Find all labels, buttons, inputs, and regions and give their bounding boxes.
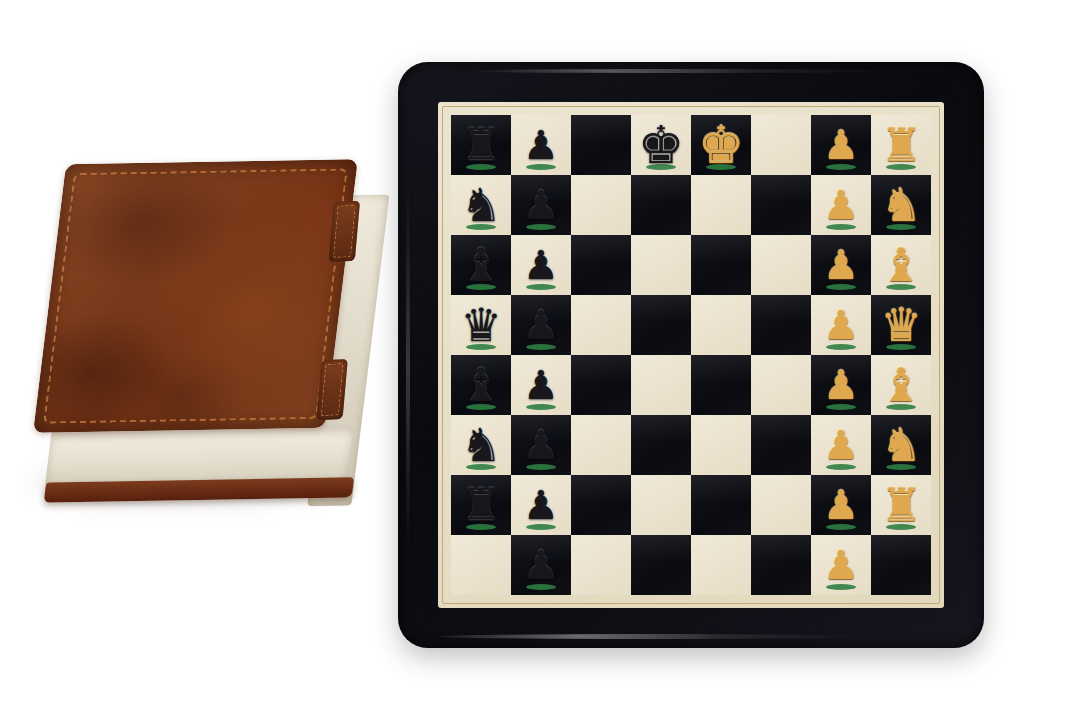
square bbox=[631, 535, 691, 595]
square: ♝ bbox=[871, 235, 931, 295]
square bbox=[451, 535, 511, 595]
white-pawn: ♟ bbox=[811, 177, 871, 233]
white-pawn: ♟ bbox=[811, 237, 871, 293]
square: ♞ bbox=[451, 175, 511, 235]
square: ♟ bbox=[811, 355, 871, 415]
square: ♚ bbox=[631, 115, 691, 175]
square: ♟ bbox=[511, 415, 571, 475]
square: ♜ bbox=[451, 475, 511, 535]
square: ♟ bbox=[811, 475, 871, 535]
square: ♟ bbox=[811, 115, 871, 175]
square: ♝ bbox=[451, 235, 511, 295]
square bbox=[691, 355, 751, 415]
white-bishop: ♝ bbox=[871, 237, 931, 293]
white-king: ♚ bbox=[691, 117, 751, 173]
square: ♟ bbox=[811, 175, 871, 235]
black-rook: ♜ bbox=[451, 477, 511, 533]
square bbox=[751, 475, 811, 535]
square bbox=[751, 175, 811, 235]
playing-area: ♜♟♚♚♟♜♞♟♟♞♝♟♟♝♛♟♟♛♝♟♟♝♞♟♟♞♜♟♟♜♟♟ bbox=[451, 115, 931, 595]
square: ♞ bbox=[451, 415, 511, 475]
square bbox=[631, 235, 691, 295]
white-knight: ♞ bbox=[871, 177, 931, 233]
square: ♟ bbox=[511, 295, 571, 355]
black-pawn: ♟ bbox=[511, 477, 571, 533]
square bbox=[571, 355, 631, 415]
black-knight: ♞ bbox=[451, 177, 511, 233]
square: ♛ bbox=[451, 295, 511, 355]
black-bishop: ♝ bbox=[451, 357, 511, 413]
square: ♟ bbox=[511, 535, 571, 595]
black-pawn: ♟ bbox=[511, 117, 571, 173]
square: ♝ bbox=[451, 355, 511, 415]
white-pawn: ♟ bbox=[811, 117, 871, 173]
white-pawn: ♟ bbox=[811, 417, 871, 473]
frame-gloss-highlight bbox=[468, 69, 894, 73]
square bbox=[631, 175, 691, 235]
white-rook: ♜ bbox=[871, 117, 931, 173]
chess-board: ♜♟♚♚♟♜♞♟♟♞♝♟♟♝♛♟♟♛♝♟♟♝♞♟♟♞♜♟♟♜♟♟ bbox=[398, 62, 984, 648]
square bbox=[691, 415, 751, 475]
square bbox=[691, 475, 751, 535]
square bbox=[751, 235, 811, 295]
black-pawn: ♟ bbox=[511, 537, 571, 593]
black-king: ♚ bbox=[631, 117, 691, 173]
square: ♜ bbox=[451, 115, 511, 175]
frame-gloss-highlight bbox=[406, 182, 410, 558]
square: ♟ bbox=[511, 235, 571, 295]
white-bishop: ♝ bbox=[871, 357, 931, 413]
black-rook: ♜ bbox=[451, 117, 511, 173]
white-pawn: ♟ bbox=[811, 357, 871, 413]
square: ♟ bbox=[511, 475, 571, 535]
square bbox=[691, 295, 751, 355]
square bbox=[751, 415, 811, 475]
square bbox=[691, 175, 751, 235]
square bbox=[751, 295, 811, 355]
box-strap bbox=[316, 359, 347, 420]
square: ♟ bbox=[811, 535, 871, 595]
square: ♟ bbox=[811, 415, 871, 475]
square bbox=[571, 175, 631, 235]
storage-box bbox=[27, 137, 368, 515]
frame-gloss-highlight bbox=[438, 634, 864, 639]
square: ♟ bbox=[511, 175, 571, 235]
square bbox=[631, 355, 691, 415]
square bbox=[631, 475, 691, 535]
square: ♟ bbox=[511, 115, 571, 175]
white-pawn: ♟ bbox=[811, 477, 871, 533]
white-knight: ♞ bbox=[871, 417, 931, 473]
square bbox=[571, 415, 631, 475]
box-lid bbox=[33, 159, 358, 433]
square: ♞ bbox=[871, 415, 931, 475]
square bbox=[631, 295, 691, 355]
white-pawn: ♟ bbox=[811, 297, 871, 353]
black-bishop: ♝ bbox=[451, 237, 511, 293]
square bbox=[691, 535, 751, 595]
black-pawn: ♟ bbox=[511, 237, 571, 293]
square: ♟ bbox=[511, 355, 571, 415]
black-pawn: ♟ bbox=[511, 177, 571, 233]
white-pawn: ♟ bbox=[811, 537, 871, 593]
square: ♝ bbox=[871, 355, 931, 415]
square bbox=[751, 115, 811, 175]
black-pawn: ♟ bbox=[511, 297, 571, 353]
square: ♜ bbox=[871, 115, 931, 175]
black-knight: ♞ bbox=[451, 417, 511, 473]
square bbox=[571, 535, 631, 595]
black-queen: ♛ bbox=[451, 297, 511, 353]
square bbox=[751, 535, 811, 595]
black-pawn: ♟ bbox=[511, 357, 571, 413]
square: ♟ bbox=[811, 235, 871, 295]
black-pawn: ♟ bbox=[511, 417, 571, 473]
square bbox=[571, 295, 631, 355]
square: ♞ bbox=[871, 175, 931, 235]
square: ♚ bbox=[691, 115, 751, 175]
square: ♜ bbox=[871, 475, 931, 535]
square bbox=[871, 535, 931, 595]
box-strap bbox=[329, 201, 360, 262]
white-rook: ♜ bbox=[871, 477, 931, 533]
square bbox=[571, 235, 631, 295]
square bbox=[571, 475, 631, 535]
square bbox=[691, 235, 751, 295]
square bbox=[751, 355, 811, 415]
product-photo-scene: ♜♟♚♚♟♜♞♟♟♞♝♟♟♝♛♟♟♛♝♟♟♝♞♟♟♞♜♟♟♜♟♟ bbox=[0, 0, 1080, 720]
square bbox=[571, 115, 631, 175]
white-queen: ♛ bbox=[871, 297, 931, 353]
square: ♛ bbox=[871, 295, 931, 355]
square: ♟ bbox=[811, 295, 871, 355]
square bbox=[631, 415, 691, 475]
